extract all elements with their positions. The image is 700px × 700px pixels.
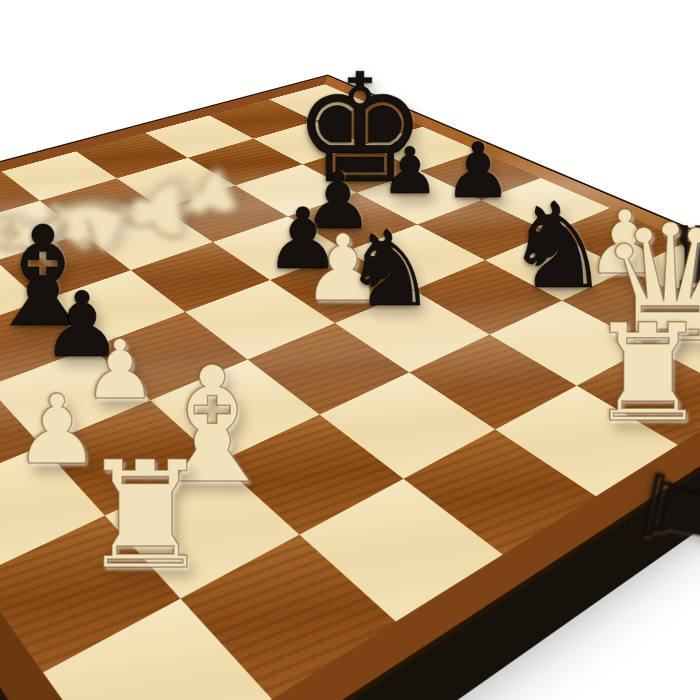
chess-board	[0, 76, 700, 700]
board-frame	[0, 76, 700, 700]
chess-set-photo: ♚♟♟♟♟♞♞♝♟♜♟♟♜♝♟♟♛♜♝♞♟♟♜	[0, 0, 700, 700]
square-f2	[41, 400, 218, 515]
square-e4	[185, 280, 335, 360]
square-g6	[490, 301, 650, 386]
square-h4	[404, 429, 596, 554]
square-d2	[0, 301, 92, 386]
square-g3	[219, 415, 404, 535]
square-h1	[43, 599, 272, 700]
square-h5	[495, 386, 678, 497]
square-f3	[150, 360, 319, 462]
square-g2	[105, 462, 300, 599]
square-g7	[562, 270, 700, 347]
square-h7	[650, 311, 700, 399]
square-h2	[180, 535, 395, 699]
board-squares	[0, 84, 700, 700]
square-e1	[0, 386, 41, 497]
square-e3	[92, 312, 248, 400]
square-h6	[577, 347, 700, 445]
square-g4	[320, 372, 496, 478]
square-f1	[0, 446, 105, 577]
square-f4	[248, 323, 410, 415]
square-e2	[0, 347, 150, 446]
square-d3	[41, 270, 186, 347]
square-g1	[0, 516, 180, 673]
square-h3	[299, 479, 502, 622]
square-g5	[409, 335, 577, 430]
square-f5	[335, 290, 490, 372]
